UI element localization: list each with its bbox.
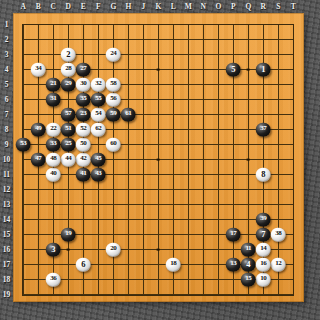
move-number: 50 <box>80 141 86 148</box>
row-label-9: 9 <box>5 141 9 149</box>
row-label-6: 6 <box>5 96 9 104</box>
move-number: 39 <box>260 216 266 223</box>
stone-black-25[interactable]: 25 <box>61 137 76 152</box>
stone-black-31[interactable]: 31 <box>46 92 61 107</box>
stone-white-40[interactable]: 40 <box>46 167 61 182</box>
row-label-12: 12 <box>3 186 11 194</box>
star-point <box>157 158 160 161</box>
move-number: 25 <box>65 141 71 148</box>
move-number: 61 <box>125 111 131 118</box>
stone-white-18[interactable]: 18 <box>166 257 181 272</box>
star-point <box>157 248 160 251</box>
stone-white-42[interactable]: 42 <box>76 152 91 167</box>
stone-black-17[interactable]: 17 <box>226 227 241 242</box>
move-number: 43 <box>95 171 101 178</box>
move-number: 7 <box>261 230 265 239</box>
move-number: 59 <box>110 111 116 118</box>
row-label-18: 18 <box>3 276 11 284</box>
row-label-4: 4 <box>5 66 9 74</box>
stone-black-53[interactable]: 53 <box>16 137 31 152</box>
stone-black-33[interactable]: 33 <box>46 137 61 152</box>
stone-black-57[interactable]: 57 <box>61 107 76 122</box>
go-board[interactable]: 1234567810111213141516171819202122232425… <box>13 13 304 302</box>
col-label-R: R <box>261 3 266 11</box>
move-number: 15 <box>245 276 251 283</box>
move-number: 42 <box>80 156 86 163</box>
stone-white-34[interactable]: 34 <box>31 62 46 77</box>
move-number: 34 <box>35 66 41 73</box>
row-label-16: 16 <box>3 246 11 254</box>
move-number: 54 <box>95 111 101 118</box>
move-number: 44 <box>65 156 71 163</box>
row-label-1: 1 <box>5 21 9 29</box>
row-label-14: 14 <box>3 216 11 224</box>
stone-black-61[interactable]: 61 <box>121 107 136 122</box>
stone-black-5[interactable]: 5 <box>226 62 241 77</box>
col-label-S: S <box>276 3 280 11</box>
stone-black-4[interactable]: 4 <box>241 257 256 272</box>
move-number: 38 <box>275 231 281 238</box>
star-point <box>157 68 160 71</box>
star-point <box>247 158 250 161</box>
move-number: 23 <box>80 111 86 118</box>
move-number: 45 <box>95 156 101 163</box>
move-number: 27 <box>80 66 86 73</box>
move-number: 1 <box>261 65 265 74</box>
stone-black-49[interactable]: 49 <box>31 122 46 137</box>
row-label-8: 8 <box>5 126 9 134</box>
move-number: 12 <box>275 261 281 268</box>
col-label-A: A <box>21 3 26 11</box>
stone-white-50[interactable]: 50 <box>76 137 91 152</box>
stone-white-48[interactable]: 48 <box>46 152 61 167</box>
stone-black-47[interactable]: 47 <box>31 152 46 167</box>
move-number: 3 <box>51 245 55 254</box>
col-label-M: M <box>185 3 192 11</box>
move-number: 5 <box>231 65 235 74</box>
col-label-T: T <box>291 3 296 11</box>
star-point <box>67 248 70 251</box>
stone-black-21[interactable]: 21 <box>46 77 61 92</box>
col-label-K: K <box>155 3 161 11</box>
stone-black-15[interactable]: 15 <box>241 272 256 287</box>
col-label-N: N <box>201 3 206 11</box>
stone-white-38[interactable]: 38 <box>271 227 286 242</box>
col-label-P: P <box>231 3 236 11</box>
move-number: 17 <box>230 231 236 238</box>
stone-white-56[interactable]: 56 <box>106 92 121 107</box>
stone-white-52[interactable]: 52 <box>76 122 91 137</box>
move-number: 28 <box>65 66 71 73</box>
row-label-19: 19 <box>3 291 11 299</box>
move-number: 21 <box>50 81 56 88</box>
stone-black-23[interactable]: 23 <box>76 107 91 122</box>
stone-white-60[interactable]: 60 <box>106 137 121 152</box>
stone-black-51[interactable]: 51 <box>61 122 76 137</box>
stone-black-35[interactable]: 35 <box>76 92 91 107</box>
move-number: 48 <box>50 156 56 163</box>
move-number: 55 <box>95 96 101 103</box>
move-number: 58 <box>110 81 116 88</box>
stone-black-37[interactable]: 37 <box>256 122 271 137</box>
col-label-C: C <box>51 3 56 11</box>
col-label-G: G <box>110 3 116 11</box>
stone-white-24[interactable]: 24 <box>106 47 121 62</box>
stone-white-2[interactable]: 2 <box>61 47 76 62</box>
stone-white-16[interactable]: 16 <box>256 257 271 272</box>
move-number: 22 <box>50 126 56 133</box>
stone-black-55[interactable]: 55 <box>91 92 106 107</box>
col-label-L: L <box>171 3 176 11</box>
move-number: 18 <box>170 261 176 268</box>
row-label-15: 15 <box>3 231 11 239</box>
stone-black-19[interactable]: 19 <box>61 227 76 242</box>
move-number: 36 <box>50 276 56 283</box>
stone-black-43[interactable]: 43 <box>91 167 106 182</box>
row-label-5: 5 <box>5 81 9 89</box>
move-number: 6 <box>81 260 85 269</box>
stone-white-58[interactable]: 58 <box>106 77 121 92</box>
board-frame: 1234567810111213141516171819202122232425… <box>0 0 320 320</box>
move-number: 2 <box>66 50 70 59</box>
stone-white-30[interactable]: 30 <box>76 77 91 92</box>
move-number: 31 <box>50 96 56 103</box>
move-number: 40 <box>50 171 56 178</box>
move-number: 30 <box>80 81 86 88</box>
stone-white-20[interactable]: 20 <box>106 242 121 257</box>
move-number: 19 <box>65 231 71 238</box>
stone-black-41[interactable]: 41 <box>76 167 91 182</box>
col-label-J: J <box>141 3 145 11</box>
move-number: 24 <box>110 51 116 58</box>
stone-white-44[interactable]: 44 <box>61 152 76 167</box>
stone-black-13[interactable]: 13 <box>226 257 241 272</box>
move-number: 14 <box>260 246 266 253</box>
col-label-B: B <box>36 3 41 11</box>
stone-black-59[interactable]: 59 <box>106 107 121 122</box>
move-number: 16 <box>260 261 266 268</box>
stone-white-12[interactable]: 12 <box>271 257 286 272</box>
move-number: 57 <box>65 111 71 118</box>
col-label-E: E <box>81 3 86 11</box>
star-point <box>247 68 250 71</box>
stone-white-14[interactable]: 14 <box>256 242 271 257</box>
row-label-13: 13 <box>3 201 11 209</box>
stone-black-7[interactable]: 7 <box>256 227 271 242</box>
stone-white-6[interactable]: 6 <box>76 257 91 272</box>
col-label-F: F <box>96 3 101 11</box>
move-number: 53 <box>20 141 26 148</box>
row-label-11: 11 <box>3 171 10 179</box>
stone-black-3[interactable]: 3 <box>46 242 61 257</box>
move-number: 60 <box>110 141 116 148</box>
move-number: 20 <box>110 246 116 253</box>
row-label-7: 7 <box>5 111 9 119</box>
stone-white-62[interactable]: 62 <box>91 122 106 137</box>
move-number: 10 <box>260 276 266 283</box>
col-label-Q: Q <box>245 3 251 11</box>
stone-black-27[interactable]: 27 <box>76 62 91 77</box>
move-number: 47 <box>35 156 41 163</box>
stone-black-39[interactable]: 39 <box>256 212 271 227</box>
col-label-D: D <box>66 3 71 11</box>
row-label-10: 10 <box>3 156 11 164</box>
move-number: 62 <box>95 126 101 133</box>
move-number: 51 <box>65 126 71 133</box>
col-label-O: O <box>215 3 221 11</box>
move-number: 35 <box>80 96 86 103</box>
move-number: 11 <box>245 246 251 253</box>
row-label-3: 3 <box>5 51 9 59</box>
row-label-2: 2 <box>5 36 9 44</box>
move-number: 33 <box>50 141 56 148</box>
move-number: 4 <box>246 260 250 269</box>
move-number: 37 <box>260 126 266 133</box>
stone-white-28[interactable]: 28 <box>61 62 76 77</box>
stone-white-10[interactable]: 10 <box>256 272 271 287</box>
move-number: 56 <box>110 96 116 103</box>
move-number: 13 <box>230 261 236 268</box>
move-number: 29 <box>65 81 71 88</box>
stone-white-22[interactable]: 22 <box>46 122 61 137</box>
stone-black-29[interactable]: 29 <box>61 77 76 92</box>
move-number: 49 <box>35 126 41 133</box>
stone-black-45[interactable]: 45 <box>91 152 106 167</box>
stone-white-32[interactable]: 32 <box>91 77 106 92</box>
stone-white-8[interactable]: 8 <box>256 167 271 182</box>
move-number: 32 <box>95 81 101 88</box>
stone-white-54[interactable]: 54 <box>91 107 106 122</box>
stone-white-36[interactable]: 36 <box>46 272 61 287</box>
col-label-H: H <box>125 3 131 11</box>
move-number: 52 <box>80 126 86 133</box>
row-label-17: 17 <box>3 261 11 269</box>
stone-black-11[interactable]: 11 <box>241 242 256 257</box>
move-number: 8 <box>261 170 265 179</box>
move-number: 41 <box>80 171 86 178</box>
stone-black-1[interactable]: 1 <box>256 62 271 77</box>
